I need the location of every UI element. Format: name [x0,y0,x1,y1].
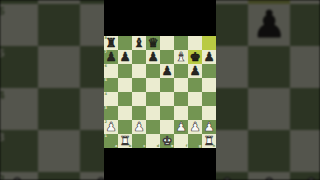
square-e5[interactable] [160,78,174,92]
square-f7[interactable]: ♝ [174,50,188,64]
square-a2[interactable]: 2♟ [104,120,118,134]
piece-black-rook[interactable]: ♜ [105,36,116,49]
piece-white-king[interactable]: ♚ [161,134,172,147]
piece-white-rook[interactable]: ♜ [203,134,214,147]
rank-label-4: 4 [0,89,5,101]
square-f6[interactable] [174,64,188,78]
square-g6: ♟ [248,4,290,46]
square-h4[interactable] [202,92,216,106]
square-b3[interactable] [118,106,132,120]
piece-black-pawn[interactable]: ♟ [161,64,172,77]
square-h7[interactable]: ♟ [202,50,216,64]
piece-white-pawn[interactable]: ♟ [203,120,214,133]
square-a4: 4 [0,88,38,130]
piece-white-pawn[interactable]: ♟ [189,120,200,133]
video-strip: 8♜♝♛7♟♟♟♝♚♟6♟♟5432♟♟♟♟♟1ab♜cde♚fgh♜ [104,0,216,180]
file-label-a: a [115,144,117,148]
square-g1[interactable]: g [188,134,202,148]
rank-label-3: 3 [105,106,108,110]
square-d2[interactable] [146,120,160,134]
square-f2[interactable]: ♟ [174,120,188,134]
square-c7[interactable] [132,50,146,64]
square-c5[interactable] [132,78,146,92]
square-g2: ♟ [248,172,290,180]
video-frame: 8♜♝♛7♟♟♟♝♚♟6♟♟5432♟♟♟♟♟1ab♜cde♚fgh♜ 8♜♝♛… [0,0,320,180]
square-d6[interactable] [146,64,160,78]
piece-white-pawn: ♟ [252,173,285,180]
square-f4[interactable] [174,92,188,106]
square-g4 [248,88,290,130]
square-h4 [290,88,320,130]
piece-black-pawn[interactable]: ♟ [147,50,158,63]
piece-white-rook[interactable]: ♜ [119,134,130,147]
square-f5[interactable] [174,78,188,92]
square-h5[interactable] [202,78,216,92]
square-g4[interactable] [188,92,202,106]
square-b4[interactable] [118,92,132,106]
square-d1[interactable]: d [146,134,160,148]
file-label-d: d [157,144,160,148]
square-g2[interactable]: ♟ [188,120,202,134]
piece-white-pawn: ♟ [0,173,33,180]
piece-black-pawn[interactable]: ♟ [203,50,214,63]
square-a5: 5 [0,46,38,88]
square-a4[interactable]: 4 [104,92,118,106]
piece-white-pawn[interactable]: ♟ [175,120,186,133]
square-c2[interactable]: ♟ [132,120,146,134]
square-c8[interactable]: ♝ [132,36,146,50]
piece-white-pawn[interactable]: ♟ [105,120,116,133]
square-g3 [248,130,290,172]
square-c1[interactable]: c [132,134,146,148]
square-c4[interactable] [132,92,146,106]
square-g5 [248,46,290,88]
piece-black-pawn[interactable]: ♟ [105,50,116,63]
rank-label-4: 4 [105,92,108,96]
piece-black-pawn[interactable]: ♟ [119,50,130,63]
square-a7[interactable]: 7♟ [104,50,118,64]
square-a6: 6 [0,4,38,46]
square-f1[interactable]: f [174,134,188,148]
square-e1[interactable]: e♚ [160,134,174,148]
square-a3: 3 [0,130,38,172]
rank-label-3: 3 [0,131,5,143]
square-b7[interactable]: ♟ [118,50,132,64]
square-b3 [38,130,80,172]
square-b6[interactable] [118,64,132,78]
square-d5[interactable] [146,78,160,92]
piece-black-bishop[interactable]: ♝ [133,36,144,49]
file-label-c: c [143,144,145,148]
square-a1[interactable]: 1a [104,134,118,148]
square-h3 [290,130,320,172]
rank-label-6: 6 [0,5,5,17]
square-b6 [38,4,80,46]
piece-black-king[interactable]: ♚ [189,50,200,63]
square-b2 [38,172,80,180]
rank-label-5: 5 [0,47,5,59]
piece-white-pawn: ♟ [294,173,320,180]
square-e4[interactable] [160,92,174,106]
square-e3[interactable] [160,106,174,120]
square-a6[interactable]: 6 [104,64,118,78]
square-h6[interactable] [202,64,216,78]
square-h2: ♟ [290,172,320,180]
square-e8[interactable] [160,36,174,50]
square-g6[interactable]: ♟ [188,64,202,78]
piece-black-pawn[interactable]: ♟ [189,64,200,77]
square-b5[interactable] [118,78,132,92]
rank-label-1: 1 [105,134,108,138]
chess-board[interactable]: 8♜♝♛7♟♟♟♝♚♟6♟♟5432♟♟♟♟♟1ab♜cde♚fgh♜ [104,36,216,148]
square-d4[interactable] [146,92,160,106]
piece-black-queen[interactable]: ♛ [147,36,158,49]
square-b5 [38,46,80,88]
piece-black-pawn: ♟ [252,5,285,42]
piece-white-pawn[interactable]: ♟ [133,120,144,133]
square-c6[interactable] [132,64,146,78]
square-d3[interactable] [146,106,160,120]
rank-label-6: 6 [105,64,108,68]
piece-white-bishop[interactable]: ♝ [175,50,186,63]
square-a2: 2♟ [0,172,38,180]
square-b4 [38,88,80,130]
square-a5[interactable]: 5 [104,78,118,92]
square-e6[interactable]: ♟ [160,64,174,78]
square-h1[interactable]: h♜ [202,134,216,148]
square-h6 [290,4,320,46]
square-g5[interactable] [188,78,202,92]
square-h5 [290,46,320,88]
square-d7[interactable]: ♟ [146,50,160,64]
file-label-g: g [199,144,202,148]
rank-label-5: 5 [105,78,108,82]
square-b1[interactable]: b♜ [118,134,132,148]
